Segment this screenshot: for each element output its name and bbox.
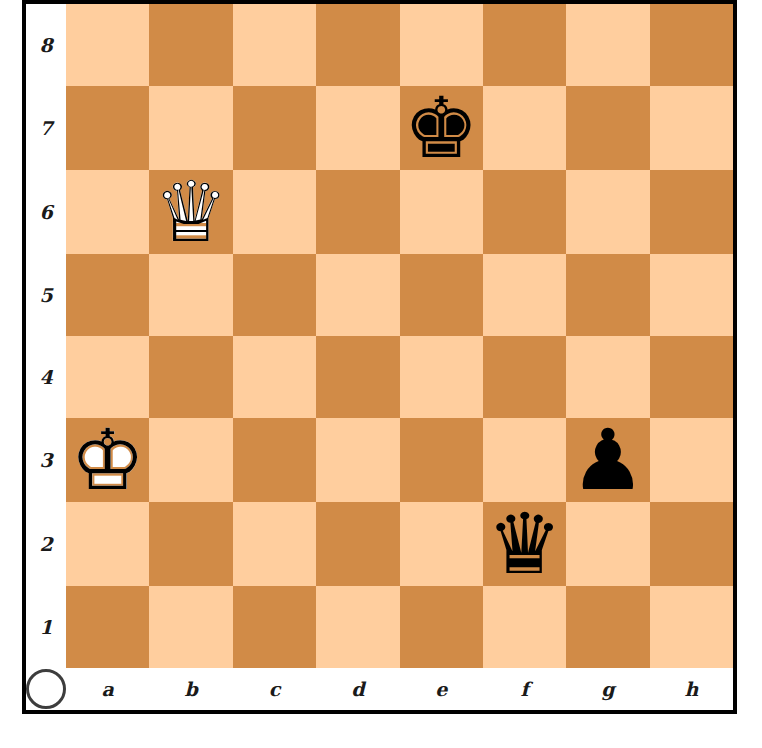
square-g5[interactable] <box>566 254 649 336</box>
square-c7[interactable] <box>233 86 316 170</box>
square-d7[interactable] <box>316 86 399 170</box>
rank-label-1: 1 <box>26 586 66 668</box>
square-g4[interactable] <box>566 336 649 418</box>
square-a1[interactable] <box>66 586 149 668</box>
square-c4[interactable] <box>233 336 316 418</box>
square-g2[interactable] <box>566 502 649 586</box>
page: { "game": "chess", "position": { "fen": … <box>0 0 762 748</box>
white-queen-glyph: ♕ <box>153 170 228 254</box>
rank-label-2: 2 <box>26 502 66 586</box>
chess-diagram-frame: 87♚6♛♕543♚♔♟2♛1abcdefgh <box>22 0 737 714</box>
square-c1[interactable] <box>233 586 316 668</box>
square-c3[interactable] <box>233 418 316 502</box>
square-b4[interactable] <box>149 336 232 418</box>
square-d4[interactable] <box>316 336 399 418</box>
black-king[interactable]: ♚ <box>404 86 479 170</box>
square-f2[interactable]: ♛ <box>483 502 566 586</box>
square-c6[interactable] <box>233 170 316 254</box>
square-a5[interactable] <box>66 254 149 336</box>
square-b3[interactable] <box>149 418 232 502</box>
rank-label-6: 6 <box>26 170 66 254</box>
square-h1[interactable] <box>650 586 733 668</box>
square-d2[interactable] <box>316 502 399 586</box>
square-h8[interactable] <box>650 4 733 86</box>
square-a8[interactable] <box>66 4 149 86</box>
chess-board: 87♚6♛♕543♚♔♟2♛1abcdefgh <box>26 4 733 710</box>
file-label-a: a <box>66 668 149 710</box>
black-king-glyph: ♚ <box>404 86 479 170</box>
square-g7[interactable] <box>566 86 649 170</box>
square-c5[interactable] <box>233 254 316 336</box>
square-e1[interactable] <box>400 586 483 668</box>
square-d5[interactable] <box>316 254 399 336</box>
file-label-f: f <box>483 668 566 710</box>
square-e4[interactable] <box>400 336 483 418</box>
square-b6[interactable]: ♛♕ <box>149 170 232 254</box>
square-h5[interactable] <box>650 254 733 336</box>
square-d3[interactable] <box>316 418 399 502</box>
square-g8[interactable] <box>566 4 649 86</box>
square-d6[interactable] <box>316 170 399 254</box>
square-f3[interactable] <box>483 418 566 502</box>
square-b7[interactable] <box>149 86 232 170</box>
square-e6[interactable] <box>400 170 483 254</box>
file-label-e: e <box>400 668 483 710</box>
file-label-d: d <box>316 668 399 710</box>
square-e8[interactable] <box>400 4 483 86</box>
to-move-corner-cell <box>26 668 66 710</box>
square-b8[interactable] <box>149 4 232 86</box>
square-h4[interactable] <box>650 336 733 418</box>
file-label-b: b <box>149 668 232 710</box>
square-g6[interactable] <box>566 170 649 254</box>
square-e3[interactable] <box>400 418 483 502</box>
square-a2[interactable] <box>66 502 149 586</box>
square-h2[interactable] <box>650 502 733 586</box>
square-f6[interactable] <box>483 170 566 254</box>
file-label-c: c <box>233 668 316 710</box>
square-f7[interactable] <box>483 86 566 170</box>
file-label-h: h <box>650 668 733 710</box>
square-d8[interactable] <box>316 4 399 86</box>
file-label-g: g <box>566 668 649 710</box>
square-f8[interactable] <box>483 4 566 86</box>
black-pawn-glyph: ♟ <box>570 418 645 502</box>
black-queen-glyph: ♛ <box>487 502 562 586</box>
square-b5[interactable] <box>149 254 232 336</box>
square-f4[interactable] <box>483 336 566 418</box>
square-h3[interactable] <box>650 418 733 502</box>
square-a6[interactable] <box>66 170 149 254</box>
white-to-move-circle-icon <box>26 669 66 709</box>
square-g1[interactable] <box>566 586 649 668</box>
square-c8[interactable] <box>233 4 316 86</box>
rank-label-3: 3 <box>26 418 66 502</box>
white-queen[interactable]: ♛♕ <box>153 170 228 254</box>
rank-label-4: 4 <box>26 336 66 418</box>
square-h7[interactable] <box>650 86 733 170</box>
white-king-fill: ♚ <box>70 418 145 502</box>
square-a4[interactable] <box>66 336 149 418</box>
black-queen[interactable]: ♛ <box>487 502 562 586</box>
white-queen-fill: ♛ <box>153 170 228 254</box>
rank-label-7: 7 <box>26 86 66 170</box>
white-king-glyph: ♔ <box>70 418 145 502</box>
square-d1[interactable] <box>316 586 399 668</box>
square-e7[interactable]: ♚ <box>400 86 483 170</box>
square-f1[interactable] <box>483 586 566 668</box>
square-e5[interactable] <box>400 254 483 336</box>
square-a3[interactable]: ♚♔ <box>66 418 149 502</box>
rank-label-5: 5 <box>26 254 66 336</box>
square-h6[interactable] <box>650 170 733 254</box>
square-e2[interactable] <box>400 502 483 586</box>
square-c2[interactable] <box>233 502 316 586</box>
square-b1[interactable] <box>149 586 232 668</box>
square-f5[interactable] <box>483 254 566 336</box>
white-king[interactable]: ♚♔ <box>70 418 145 502</box>
rank-label-8: 8 <box>26 4 66 86</box>
square-b2[interactable] <box>149 502 232 586</box>
square-a7[interactable] <box>66 86 149 170</box>
square-g3[interactable]: ♟ <box>566 418 649 502</box>
black-pawn[interactable]: ♟ <box>570 418 645 502</box>
